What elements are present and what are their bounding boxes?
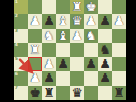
square-a3[interactable] bbox=[112, 29, 126, 43]
square-g2[interactable]: ♟ bbox=[28, 14, 42, 28]
rank-label-5: 5 bbox=[15, 57, 18, 62]
square-e6[interactable] bbox=[56, 71, 70, 85]
piece-bR-f7[interactable]: ♜ bbox=[42, 86, 56, 100]
piece-wB-e2[interactable]: ♝ bbox=[56, 14, 70, 28]
square-c3[interactable]: ♞ bbox=[84, 29, 98, 43]
square-c7[interactable] bbox=[84, 86, 98, 100]
square-e7[interactable] bbox=[56, 86, 70, 100]
piece-bP-b5[interactable]: ♟ bbox=[98, 57, 112, 71]
square-f6[interactable]: ♟ bbox=[42, 71, 56, 85]
piece-bR-a7[interactable]: ♜ bbox=[112, 86, 126, 100]
square-f1[interactable] bbox=[42, 0, 56, 14]
square-f5[interactable]: ♟ bbox=[42, 57, 56, 71]
chess-board: 1♜♚2♟♟♝♛♟♟♟3♞♝♟♞4♜♞5♟♟♟♟6♟♟♟7♚♜♛♜ bbox=[14, 0, 126, 100]
piece-wN-f3[interactable]: ♞ bbox=[42, 29, 56, 43]
square-a6[interactable] bbox=[112, 71, 126, 85]
square-c2[interactable]: ♟ bbox=[84, 14, 98, 28]
square-a5[interactable] bbox=[112, 57, 126, 71]
piece-bP-f6[interactable]: ♟ bbox=[42, 71, 56, 85]
piece-bP-b2[interactable]: ♟ bbox=[98, 14, 112, 28]
piece-wR-g4[interactable]: ♜ bbox=[28, 43, 42, 57]
piece-wP-a2[interactable]: ♟ bbox=[112, 14, 126, 28]
square-f7[interactable]: ♜ bbox=[42, 86, 56, 100]
square-g7[interactable]: ♚ bbox=[28, 86, 42, 100]
square-d6[interactable] bbox=[70, 71, 84, 85]
chess-screenshot: { "game": "chess", "view": "puzzle-analy… bbox=[0, 0, 136, 102]
square-c4[interactable] bbox=[84, 43, 98, 57]
square-c5[interactable]: ♟ bbox=[84, 57, 98, 71]
square-b2[interactable]: ♟ bbox=[98, 14, 112, 28]
square-a4[interactable] bbox=[112, 43, 126, 57]
square-e4[interactable] bbox=[56, 43, 70, 57]
piece-bK-g7[interactable]: ♚ bbox=[28, 86, 42, 100]
piece-bP-f2[interactable]: ♟ bbox=[42, 14, 56, 28]
square-b4[interactable]: ♞ bbox=[98, 43, 112, 57]
rank-label-3: 3 bbox=[15, 29, 18, 34]
square-b5[interactable]: ♟ bbox=[98, 57, 112, 71]
piece-wP-f5[interactable]: ♟ bbox=[42, 57, 56, 71]
square-a2[interactable]: ♟ bbox=[112, 14, 126, 28]
square-g4[interactable]: ♜ bbox=[28, 43, 42, 57]
piece-wP-d3[interactable]: ♟ bbox=[70, 29, 84, 43]
square-h4[interactable]: 4 bbox=[14, 43, 28, 57]
piece-bP-e5[interactable]: ♟ bbox=[56, 57, 70, 71]
square-a7[interactable]: ♜ bbox=[112, 86, 126, 100]
square-c6[interactable] bbox=[84, 71, 98, 85]
piece-bP-b6[interactable]: ♟ bbox=[98, 71, 112, 85]
piece-wB-e3[interactable]: ♝ bbox=[56, 29, 70, 43]
piece-wP-c2[interactable]: ♟ bbox=[84, 14, 98, 28]
rank-label-7: 7 bbox=[15, 86, 18, 91]
rank-label-1: 1 bbox=[15, 0, 18, 5]
square-b6[interactable]: ♟ bbox=[98, 71, 112, 85]
piece-wP-g2[interactable]: ♟ bbox=[28, 14, 42, 28]
square-d5[interactable] bbox=[70, 57, 84, 71]
square-h7[interactable]: 7 bbox=[14, 86, 28, 100]
piece-bN-b4[interactable]: ♞ bbox=[98, 43, 112, 57]
square-h1[interactable]: 1 bbox=[14, 0, 28, 14]
square-d4[interactable] bbox=[70, 43, 84, 57]
square-d3[interactable]: ♟ bbox=[70, 29, 84, 43]
square-g3[interactable] bbox=[28, 29, 42, 43]
square-h3[interactable]: 3 bbox=[14, 29, 28, 43]
chess-board-wrapper: 1♜♚2♟♟♝♛♟♟♟3♞♝♟♞4♜♞5♟♟♟♟6♟♟♟7♚♜♛♜ bbox=[14, 0, 126, 100]
square-b7[interactable] bbox=[98, 86, 112, 100]
rank-label-6: 6 bbox=[15, 72, 18, 77]
rank-label-4: 4 bbox=[15, 43, 18, 48]
square-e5[interactable]: ♟ bbox=[56, 57, 70, 71]
square-g6[interactable]: ♟ bbox=[28, 71, 42, 85]
square-e3[interactable]: ♝ bbox=[56, 29, 70, 43]
square-h6[interactable]: 6 bbox=[14, 71, 28, 85]
rank-label-2: 2 bbox=[15, 14, 18, 19]
square-b3[interactable] bbox=[98, 29, 112, 43]
square-d2[interactable]: ♛ bbox=[70, 14, 84, 28]
square-d7[interactable]: ♛ bbox=[70, 86, 84, 100]
piece-wP-g6[interactable]: ♟ bbox=[28, 71, 42, 85]
square-f3[interactable]: ♞ bbox=[42, 29, 56, 43]
square-h2[interactable]: 2 bbox=[14, 14, 28, 28]
piece-bP-c5[interactable]: ♟ bbox=[84, 57, 98, 71]
square-e2[interactable]: ♝ bbox=[56, 14, 70, 28]
piece-wQ-d2[interactable]: ♛ bbox=[70, 14, 84, 28]
square-f2[interactable]: ♟ bbox=[42, 14, 56, 28]
piece-bQ-d7[interactable]: ♛ bbox=[70, 86, 84, 100]
square-h5[interactable]: 5 bbox=[14, 57, 28, 71]
square-b1[interactable] bbox=[98, 0, 112, 14]
piece-wN-c3[interactable]: ♞ bbox=[84, 29, 98, 43]
square-f4[interactable] bbox=[42, 43, 56, 57]
